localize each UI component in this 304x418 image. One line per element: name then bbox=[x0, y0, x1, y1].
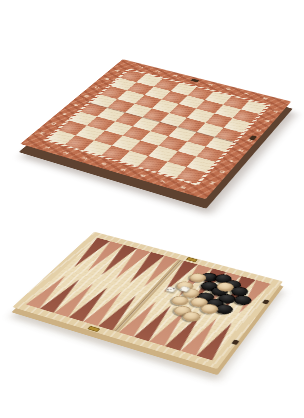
chess-grid: ♜♞♝♛♚♝♞♜♟♟♟♟♟♟♟♟♟♟♟♟♟♟♟♟♜♞♝♛♚♝♞♜ bbox=[48, 70, 267, 183]
chess-scene: ABCDEFGH ABCDEFGH 12345678 12345678 ♜♞♝♛… bbox=[0, 0, 304, 418]
product-photo: ABCDEFGH ABCDEFGH 12345678 12345678 ♜♞♝♛… bbox=[0, 0, 304, 418]
chess-board: ABCDEFGH ABCDEFGH 12345678 12345678 ♜♞♝♛… bbox=[20, 59, 291, 199]
squares-frame: ♜♞♝♛♚♝♞♜♟♟♟♟♟♟♟♟♟♟♟♟♟♟♟♟♜♞♝♛♚♝♞♜ bbox=[43, 68, 271, 185]
coord-label: C bbox=[248, 124, 268, 137]
